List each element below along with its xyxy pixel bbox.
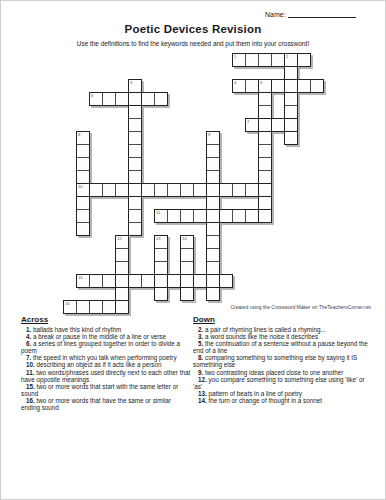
crossword-cell[interactable] xyxy=(219,183,233,197)
crossword-cell[interactable] xyxy=(154,274,168,288)
crossword-cell[interactable] xyxy=(180,248,194,262)
crossword-cell[interactable] xyxy=(115,92,129,106)
crossword-cell[interactable]: 16 xyxy=(63,300,77,314)
crossword-cell[interactable] xyxy=(128,222,142,236)
crossword-cell[interactable] xyxy=(128,209,142,223)
crossword-cell[interactable] xyxy=(219,274,233,288)
crossword-cell[interactable] xyxy=(206,183,220,197)
clue-text: a series of lines grouped together in or… xyxy=(21,340,180,354)
crossword-cell[interactable] xyxy=(284,131,298,145)
clue: 15. two or more words that start with th… xyxy=(21,383,191,397)
crossword-cell[interactable] xyxy=(206,209,220,223)
clue-number: 12 xyxy=(117,237,122,241)
across-header: Across xyxy=(21,315,191,324)
crossword-cell[interactable]: 11 xyxy=(154,209,168,223)
crossword-cell[interactable] xyxy=(128,131,142,145)
crossword-cell[interactable] xyxy=(128,274,142,288)
crossword-cell[interactable] xyxy=(76,196,90,210)
crossword-cell[interactable]: 10 xyxy=(76,183,90,197)
crossword-cell[interactable] xyxy=(258,53,272,67)
crossword-cell[interactable]: 9 xyxy=(206,131,220,145)
crossword-cell[interactable] xyxy=(245,79,259,93)
crossword-cell[interactable]: 12 xyxy=(115,235,129,249)
clue-number: 3 xyxy=(130,81,132,85)
down-clues-section: Down 2. a pair of rhyming lines is calle… xyxy=(193,315,375,404)
clue: 3. a word sounds like the noise it descr… xyxy=(193,333,375,340)
clue-text: a pair of rhyming lines is called a rhym… xyxy=(203,326,326,333)
clue-number: 5 xyxy=(260,81,262,85)
clue: 10. describing an object as if it acts l… xyxy=(21,361,191,368)
crossword-cell[interactable]: 13 xyxy=(154,235,168,249)
crossword-cell[interactable] xyxy=(76,209,90,223)
crossword-cell[interactable] xyxy=(128,183,142,197)
crossword-cell[interactable] xyxy=(180,274,194,288)
crossword-cell[interactable] xyxy=(154,261,168,275)
crossword-cell[interactable] xyxy=(284,105,298,119)
crossword-cell[interactable] xyxy=(102,92,116,106)
crossword-cell[interactable] xyxy=(102,274,116,288)
crossword-cell[interactable] xyxy=(206,157,220,171)
crossword-cell[interactable] xyxy=(206,196,220,210)
crossword-cell[interactable] xyxy=(154,183,168,197)
clue-text: a break or pause in the middle of a line… xyxy=(31,333,166,340)
clue-number: 9 xyxy=(208,133,210,137)
crossword-cell[interactable]: 1 xyxy=(232,53,246,67)
crossword-cell[interactable] xyxy=(284,79,298,93)
crossword-cell[interactable] xyxy=(180,183,194,197)
crossword-cell[interactable] xyxy=(206,248,220,262)
clue-num: 16. xyxy=(26,397,35,404)
clue-number: 8 xyxy=(78,133,80,137)
clue-num: 15. xyxy=(26,383,35,390)
crossword-cell[interactable]: 7 xyxy=(245,118,259,132)
crossword-cell[interactable] xyxy=(154,92,168,106)
clue: 13. pattern of beats in a line of poetry xyxy=(193,390,375,397)
crossword-cell[interactable] xyxy=(167,274,181,288)
crossword-cell[interactable] xyxy=(297,79,311,93)
clue-num: 10. xyxy=(26,361,35,368)
clue-text: two or more words that have the same or … xyxy=(21,397,171,411)
crossword-cell[interactable] xyxy=(128,157,142,171)
clue-number: 2 xyxy=(286,55,288,59)
clue-number: 16 xyxy=(65,302,70,306)
crossword-cell[interactable] xyxy=(258,209,272,223)
crossword-cell[interactable] xyxy=(76,157,90,171)
credit-line: Created using the Crossword Maker on The… xyxy=(230,304,371,310)
clue: 8. comparing something to something else… xyxy=(193,354,375,368)
crossword-cell[interactable] xyxy=(206,235,220,249)
crossword-cell[interactable] xyxy=(193,183,207,197)
crossword-cell[interactable] xyxy=(128,118,142,132)
crossword-cell[interactable]: 15 xyxy=(76,274,90,288)
crossword-cell[interactable] xyxy=(193,274,207,288)
clue-number: 15 xyxy=(78,276,83,280)
crossword-cell[interactable] xyxy=(115,261,129,275)
crossword-cell[interactable] xyxy=(141,183,155,197)
crossword-cell[interactable] xyxy=(141,274,155,288)
clue: 9. two contrasting ideas placed close to… xyxy=(193,369,375,376)
crossword-cell[interactable] xyxy=(232,183,246,197)
crossword-cell[interactable] xyxy=(206,144,220,158)
crossword-cell[interactable] xyxy=(89,300,103,314)
crossword-cell[interactable] xyxy=(245,183,259,197)
crossword-cell[interactable] xyxy=(128,196,142,210)
crossword-cell[interactable] xyxy=(258,157,272,171)
crossword-cell[interactable] xyxy=(76,222,90,236)
crossword-cell[interactable] xyxy=(193,209,207,223)
clue-text: a word sounds like the noise it describe… xyxy=(203,333,318,340)
crossword-cell[interactable] xyxy=(271,53,285,67)
crossword-cell[interactable]: 5 xyxy=(258,79,272,93)
crossword-cell[interactable] xyxy=(115,183,129,197)
crossword-cell[interactable]: 4 xyxy=(232,79,246,93)
across-clues-section: Across 1. ballads have this kind of rhyt… xyxy=(21,315,191,411)
clue: 4. a break or pause in the middle of a l… xyxy=(21,333,191,340)
crossword-cell[interactable] xyxy=(102,183,116,197)
crossword-cell[interactable] xyxy=(297,53,311,67)
crossword-cell[interactable] xyxy=(76,300,90,314)
crossword-grid: 12345678910111213141516 xyxy=(1,1,386,321)
crossword-cell[interactable] xyxy=(141,92,155,106)
crossword-cell[interactable] xyxy=(180,261,194,275)
clue: 2. a pair of rhyming lines is called a r… xyxy=(193,326,375,333)
clue-text: two contrasting ideas placed close to on… xyxy=(203,369,343,376)
crossword-cell[interactable]: 14 xyxy=(180,235,194,249)
crossword-cell[interactable] xyxy=(219,209,233,223)
crossword-cell[interactable] xyxy=(232,209,246,223)
crossword-cell[interactable] xyxy=(206,222,220,236)
clue-number: 1 xyxy=(234,55,236,59)
crossword-cell[interactable] xyxy=(284,66,298,80)
clue: 7. the speed in which you talk when perf… xyxy=(21,354,191,361)
clue-text: two words/phrases used directly next to … xyxy=(21,369,190,383)
crossword-cell[interactable] xyxy=(76,170,90,184)
crossword-cell[interactable] xyxy=(115,300,129,314)
crossword-cell[interactable] xyxy=(271,79,285,93)
down-header: Down xyxy=(193,315,375,324)
crossword-cell[interactable] xyxy=(115,248,129,262)
clue-text: comparing something to something else by… xyxy=(193,354,357,368)
crossword-cell[interactable] xyxy=(206,274,220,288)
clue-number: 4 xyxy=(234,81,236,85)
clue: 1. ballads have this kind of rhythm xyxy=(21,326,191,333)
clue-num: 13. xyxy=(198,390,207,397)
crossword-cell[interactable] xyxy=(89,274,103,288)
clue-text: the continuation of a sentence without a… xyxy=(193,340,368,354)
crossword-cell[interactable] xyxy=(167,183,181,197)
crossword-cell[interactable] xyxy=(245,53,259,67)
crossword-cell[interactable] xyxy=(128,144,142,158)
clue: 12. you compare something to something e… xyxy=(193,376,375,390)
clue: 11. two words/phrases used directly next… xyxy=(21,369,191,383)
crossword-cell[interactable] xyxy=(89,183,103,197)
clue-number: 11 xyxy=(156,211,160,215)
crossword-cell[interactable] xyxy=(76,144,90,158)
crossword-cell[interactable]: 2 xyxy=(284,53,298,67)
crossword-cell[interactable] xyxy=(258,170,272,184)
clue-text: the turn or change of thought in a sonne… xyxy=(207,397,322,404)
crossword-cell[interactable] xyxy=(180,209,194,223)
crossword-cell[interactable] xyxy=(167,209,181,223)
crossword-cell[interactable] xyxy=(258,92,272,106)
crossword-cell[interactable] xyxy=(206,261,220,275)
crossword-cell[interactable] xyxy=(258,118,272,132)
crossword-cell[interactable] xyxy=(258,183,272,197)
clue: 6. a series of lines grouped together in… xyxy=(21,340,191,354)
clue-number: 10 xyxy=(78,185,83,189)
crossword-cell[interactable] xyxy=(310,79,324,93)
crossword-cell[interactable]: 3 xyxy=(128,79,142,93)
crossword-cell[interactable] xyxy=(128,170,142,184)
crossword-cell[interactable]: 6 xyxy=(89,92,103,106)
down-clues: 2. a pair of rhyming lines is called a r… xyxy=(193,326,375,404)
clue-text: ballads have this kind of rhythm xyxy=(31,326,121,333)
clue-number: 6 xyxy=(91,94,93,98)
crossword-cell[interactable] xyxy=(206,287,220,301)
clue-number: 13 xyxy=(156,237,161,241)
crossword-cell[interactable] xyxy=(271,118,285,132)
clue-text: two or more words that start with the sa… xyxy=(21,383,178,397)
crossword-cell[interactable] xyxy=(206,170,220,184)
crossword-cell[interactable] xyxy=(154,248,168,262)
clue: 5. the continuation of a sentence withou… xyxy=(193,340,375,354)
crossword-cell[interactable] xyxy=(258,131,272,145)
crossword-cell[interactable] xyxy=(258,196,272,210)
crossword-cell[interactable] xyxy=(128,92,142,106)
clue-number: 7 xyxy=(247,120,249,124)
clue-number: 14 xyxy=(182,237,187,241)
crossword-cell[interactable] xyxy=(102,300,116,314)
crossword-cell[interactable] xyxy=(128,105,142,119)
crossword-cell[interactable] xyxy=(258,144,272,158)
crossword-cell[interactable] xyxy=(284,92,298,106)
worksheet-page: Name: Poetic Devices Revision Use the de… xyxy=(0,0,386,500)
across-clues: 1. ballads have this kind of rhythm4. a … xyxy=(21,326,191,411)
crossword-cell[interactable] xyxy=(154,287,168,301)
crossword-cell[interactable] xyxy=(245,209,259,223)
clue: 14. the turn or change of thought in a s… xyxy=(193,397,375,404)
clue-text: you compare something to something else … xyxy=(193,376,365,390)
clue-num: 14. xyxy=(198,397,207,404)
crossword-cell[interactable] xyxy=(284,118,298,132)
clue-text: the speed in which you talk when perform… xyxy=(31,354,176,361)
crossword-cell[interactable]: 8 xyxy=(76,131,90,145)
crossword-cell[interactable] xyxy=(180,287,194,301)
clue: 16. two or more words that have the same… xyxy=(21,397,191,411)
crossword-cell[interactable] xyxy=(258,105,272,119)
clue-num: 12. xyxy=(198,376,207,383)
crossword-cell[interactable] xyxy=(115,287,129,301)
clue-text: describing an object as if it acts like … xyxy=(35,361,162,368)
clue-text: pattern of beats in a line of poetry xyxy=(207,390,302,397)
crossword-cell[interactable] xyxy=(115,274,129,288)
